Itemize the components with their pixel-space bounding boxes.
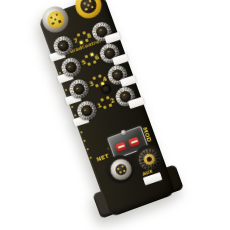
connector-face <box>78 0 99 16</box>
port-face <box>80 103 94 117</box>
port-face <box>56 38 70 52</box>
connector-pin <box>58 20 61 23</box>
connector-pin <box>123 169 126 172</box>
connector-pin <box>50 16 53 19</box>
connector-pin <box>119 171 122 174</box>
connector-pin <box>88 0 91 2</box>
connector-pin <box>121 165 124 168</box>
rotary-switch <box>115 141 127 152</box>
connector-pin <box>53 18 56 21</box>
port-face <box>72 82 86 96</box>
connector-pin <box>51 22 54 25</box>
product-photo: BradControl 7 8 5 6 3 4 <box>0 0 230 230</box>
connector-face <box>114 162 128 176</box>
port-face <box>64 60 78 74</box>
io-module-device: BradControl 7 8 5 6 3 4 <box>38 0 176 218</box>
connector-face <box>44 9 66 31</box>
connector-pin <box>84 8 87 11</box>
connector-pin <box>83 2 86 5</box>
connector-pin <box>90 5 93 8</box>
rotary-switch <box>128 136 140 147</box>
connector-pin <box>117 167 120 170</box>
connector-pin <box>87 4 90 7</box>
connector-pin <box>55 13 58 16</box>
screw-icon <box>120 129 126 135</box>
connector-face <box>142 152 156 166</box>
